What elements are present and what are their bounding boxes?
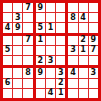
sudoku-cell-r2c8-given[interactable]: 4 (79, 13, 88, 22)
sudoku-cell-r1c7[interactable] (68, 3, 77, 12)
sudoku-cell-r9c1[interactable] (3, 89, 12, 98)
sudoku-cell-r1c6[interactable] (56, 3, 65, 12)
sudoku-cell-r8c5[interactable] (46, 79, 55, 88)
sudoku-cell-r3c1-given[interactable]: 4 (3, 23, 12, 32)
sudoku-cell-r8c8[interactable] (79, 79, 88, 88)
sudoku-cell-r4c4-given[interactable]: 1 (36, 36, 45, 45)
sudoku-cell-r3c7[interactable] (68, 23, 77, 32)
sudoku-cell-r3c3[interactable] (23, 23, 32, 32)
sudoku-cell-r5c1-given[interactable]: 5 (3, 46, 12, 55)
sudoku-cell-r5c3[interactable] (23, 46, 32, 55)
sudoku-cell-r7c5[interactable] (46, 68, 55, 77)
sudoku-cell-r8c1-given[interactable]: 6 (3, 79, 12, 88)
sudoku-cell-r9c8[interactable] (79, 89, 88, 98)
sudoku-cell-r7c3-given[interactable]: 8 (23, 68, 32, 77)
sudoku-cell-r3c9[interactable] (89, 23, 98, 32)
sudoku-cell-r1c9[interactable] (89, 3, 98, 12)
sudoku-cell-r6c9[interactable] (89, 56, 98, 65)
sudoku-cell-r8c9[interactable] (89, 79, 98, 88)
sudoku-cell-r9c5-given[interactable]: 4 (46, 89, 55, 98)
sudoku-cell-r5c2[interactable] (13, 46, 22, 55)
sudoku-cell-r9c3[interactable] (23, 89, 32, 98)
sudoku-box-1: 7349 (3, 3, 33, 33)
sudoku-cell-r1c2[interactable] (13, 3, 22, 12)
sudoku-cell-r5c7-given[interactable]: 3 (68, 46, 77, 55)
sudoku-cell-r9c4[interactable] (36, 89, 45, 98)
sudoku-cell-r7c4-given[interactable]: 9 (36, 68, 45, 77)
sudoku-cell-r7c9-given[interactable]: 3 (89, 68, 98, 77)
sudoku-cell-r3c4-given[interactable]: 5 (36, 23, 45, 32)
sudoku-box-4: 75 (3, 36, 33, 66)
sudoku-cell-r6c6[interactable] (56, 56, 65, 65)
sudoku-cell-r4c6[interactable] (56, 36, 65, 45)
sudoku-cell-r4c9-given[interactable]: 9 (89, 36, 98, 45)
sudoku-cell-r6c7[interactable] (68, 56, 77, 65)
sudoku-cell-r7c6-given[interactable]: 3 (56, 68, 65, 77)
sudoku-cell-r1c4-given[interactable]: 9 (36, 3, 45, 12)
sudoku-cell-r9c7[interactable] (68, 89, 77, 98)
sudoku-cell-r2c3[interactable] (23, 13, 32, 22)
sudoku-cell-r8c3[interactable] (23, 79, 32, 88)
sudoku-cell-r5c9-given[interactable]: 7 (89, 46, 98, 55)
sudoku-cell-r3c2-given[interactable]: 9 (13, 23, 22, 32)
sudoku-cell-r2c4[interactable] (36, 13, 45, 22)
sudoku-cell-r7c7-given[interactable]: 4 (68, 68, 77, 77)
sudoku-cell-r6c1[interactable] (3, 56, 12, 65)
sudoku-cell-r5c6[interactable] (56, 46, 65, 55)
sudoku-box-6: 29317 (68, 36, 98, 66)
sudoku-cell-r7c8[interactable] (79, 68, 88, 77)
sudoku-cell-r4c8-given[interactable]: 2 (79, 36, 88, 45)
sudoku-cell-r2c2-given[interactable]: 3 (13, 13, 22, 22)
sudoku-cell-r3c5-given[interactable]: 1 (46, 23, 55, 32)
sudoku-cell-r8c4[interactable] (36, 79, 45, 88)
sudoku-cell-r4c5[interactable] (46, 36, 55, 45)
sudoku-box-9: 43 (68, 68, 98, 98)
sudoku-cell-r2c7-given[interactable]: 8 (68, 13, 77, 22)
sudoku-cell-r7c2[interactable] (13, 68, 22, 77)
sudoku-cell-r4c1[interactable] (3, 36, 12, 45)
sudoku-cell-r9c6-given[interactable]: 1 (56, 89, 65, 98)
sudoku-cell-r6c4-given[interactable]: 2 (36, 56, 45, 65)
sudoku-cell-r5c5[interactable] (46, 46, 55, 55)
sudoku-cell-r3c8[interactable] (79, 23, 88, 32)
sudoku-cell-r1c3-given[interactable]: 7 (23, 3, 32, 12)
sudoku-cell-r6c2[interactable] (13, 56, 22, 65)
sudoku-cell-r1c1[interactable] (3, 3, 12, 12)
sudoku-cell-r7c1[interactable] (3, 68, 12, 77)
sudoku-cell-r2c5[interactable] (46, 13, 55, 22)
sudoku-cell-r2c9[interactable] (89, 13, 98, 22)
sudoku-cell-r8c6-given[interactable]: 2 (56, 79, 65, 88)
sudoku-cell-r1c5[interactable] (46, 3, 55, 12)
sudoku-box-5: 123 (36, 36, 66, 66)
sudoku-cell-r9c9-given[interactable] (89, 89, 98, 98)
sudoku-board: 7349951847512329317869324143 (0, 0, 101, 101)
sudoku-cell-r1c8[interactable] (79, 3, 88, 12)
sudoku-box-2: 951 (36, 3, 66, 33)
sudoku-cell-r8c7[interactable] (68, 79, 77, 88)
sudoku-cell-r6c8[interactable] (79, 56, 88, 65)
sudoku-cell-r2c6[interactable] (56, 13, 65, 22)
sudoku-cell-r4c7[interactable] (68, 36, 77, 45)
sudoku-cell-r2c1[interactable] (3, 13, 12, 22)
sudoku-cell-r9c2[interactable] (13, 89, 22, 98)
sudoku-cell-r8c2[interactable] (13, 79, 22, 88)
sudoku-cell-r5c4[interactable] (36, 46, 45, 55)
sudoku-cell-r5c8-given[interactable]: 1 (79, 46, 88, 55)
sudoku-box-8: 93241 (36, 68, 66, 98)
sudoku-box-3: 84 (68, 3, 98, 33)
sudoku-box-7: 86 (3, 68, 33, 98)
sudoku-cell-r3c6[interactable] (56, 23, 65, 32)
sudoku-cell-r6c5-given[interactable]: 3 (46, 56, 55, 65)
sudoku-cell-r4c3-given[interactable]: 7 (23, 36, 32, 45)
sudoku-cell-r4c2[interactable] (13, 36, 22, 45)
sudoku-cell-r6c3[interactable] (23, 56, 32, 65)
